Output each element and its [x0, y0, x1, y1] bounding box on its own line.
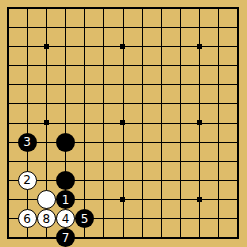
intersection [171, 56, 190, 75]
intersection: 5 [75, 209, 94, 228]
intersection [190, 133, 209, 152]
intersection [113, 113, 132, 132]
intersection [190, 209, 209, 228]
go-diagram: 32168457 [0, 0, 247, 247]
intersection [18, 190, 37, 209]
intersection [0, 56, 18, 75]
move-number: 1 [62, 194, 70, 206]
intersection [190, 56, 209, 75]
intersection [94, 56, 113, 75]
intersection [94, 152, 113, 171]
intersection [0, 18, 18, 37]
black-stone: 1 [56, 190, 75, 209]
intersection [228, 209, 247, 228]
hoshi-point [44, 44, 49, 49]
intersection [133, 18, 152, 37]
intersection [56, 113, 75, 132]
intersection [190, 37, 209, 56]
intersection: 1 [56, 190, 75, 209]
intersection: 6 [18, 209, 37, 228]
intersection [75, 190, 94, 209]
intersection [0, 133, 18, 152]
intersection [0, 75, 18, 94]
intersection [37, 113, 56, 132]
intersection [209, 228, 228, 247]
intersection [209, 37, 228, 56]
intersection [133, 133, 152, 152]
intersection [18, 75, 37, 94]
hoshi-point [120, 197, 125, 202]
intersection [209, 133, 228, 152]
move-number: 4 [62, 213, 70, 225]
intersection [94, 190, 113, 209]
intersection [190, 0, 209, 18]
intersection [190, 75, 209, 94]
move-number: 6 [23, 213, 31, 225]
intersection [152, 0, 171, 18]
intersection: 8 [37, 209, 56, 228]
intersection [171, 171, 190, 190]
white-stone: 6 [18, 209, 37, 228]
intersection [0, 190, 18, 209]
intersection [75, 18, 94, 37]
move-number: 3 [23, 136, 31, 148]
intersection [171, 152, 190, 171]
black-stone: 7 [56, 228, 75, 247]
intersection [94, 133, 113, 152]
intersection [0, 152, 18, 171]
intersection [152, 75, 171, 94]
intersection [94, 113, 113, 132]
white-stone: 4 [56, 209, 75, 228]
intersection [228, 37, 247, 56]
intersection [209, 209, 228, 228]
intersection [133, 0, 152, 18]
intersection [133, 56, 152, 75]
intersection [228, 18, 247, 37]
white-stone: 8 [37, 209, 56, 228]
intersection [209, 171, 228, 190]
intersection [0, 171, 18, 190]
intersection [18, 56, 37, 75]
intersection [152, 56, 171, 75]
intersection [37, 94, 56, 113]
hoshi-point [197, 44, 202, 49]
intersection [56, 56, 75, 75]
intersection [133, 190, 152, 209]
go-board: 32168457 [0, 0, 247, 247]
intersection [37, 18, 56, 37]
intersection [133, 209, 152, 228]
intersection [56, 18, 75, 37]
intersection [18, 228, 37, 247]
intersection [171, 18, 190, 37]
intersection [228, 0, 247, 18]
intersection [190, 94, 209, 113]
intersection [113, 0, 132, 18]
intersection [18, 152, 37, 171]
intersection [171, 75, 190, 94]
intersection [75, 152, 94, 171]
intersection [113, 152, 132, 171]
intersection [75, 94, 94, 113]
intersection [171, 190, 190, 209]
intersection [133, 228, 152, 247]
black-stone: 3 [18, 133, 37, 152]
move-number: 8 [42, 213, 50, 225]
intersection [0, 0, 18, 18]
intersection [190, 18, 209, 37]
white-stone [37, 190, 56, 209]
intersection [94, 94, 113, 113]
intersection [209, 18, 228, 37]
hoshi-point [44, 120, 49, 125]
intersection [75, 56, 94, 75]
hoshi-point [197, 197, 202, 202]
intersection [37, 0, 56, 18]
intersection [209, 113, 228, 132]
intersection [228, 152, 247, 171]
intersection [171, 228, 190, 247]
intersection [37, 37, 56, 56]
move-number: 2 [23, 174, 31, 186]
intersection [190, 152, 209, 171]
intersection [18, 94, 37, 113]
intersection [171, 37, 190, 56]
black-stone [56, 133, 75, 152]
intersection [171, 113, 190, 132]
intersection [113, 228, 132, 247]
intersection [209, 190, 228, 209]
intersection [171, 133, 190, 152]
intersection [190, 190, 209, 209]
intersection [75, 0, 94, 18]
intersection [113, 171, 132, 190]
intersection [209, 75, 228, 94]
intersection [0, 228, 18, 247]
intersection [37, 56, 56, 75]
intersection [152, 152, 171, 171]
intersection [133, 113, 152, 132]
intersection [56, 0, 75, 18]
intersection [18, 37, 37, 56]
intersection [190, 113, 209, 132]
intersection [0, 209, 18, 228]
white-stone: 2 [18, 171, 37, 190]
intersection [209, 94, 228, 113]
intersection [228, 113, 247, 132]
intersection [133, 75, 152, 94]
intersection [133, 171, 152, 190]
intersection [18, 0, 37, 18]
move-number: 7 [62, 232, 70, 244]
intersection [75, 75, 94, 94]
intersection [75, 113, 94, 132]
intersection [94, 37, 113, 56]
intersection [133, 37, 152, 56]
intersection [152, 113, 171, 132]
intersection [113, 190, 132, 209]
intersection [113, 37, 132, 56]
intersection [152, 228, 171, 247]
intersection [228, 94, 247, 113]
intersection [94, 75, 113, 94]
intersection: 4 [56, 209, 75, 228]
intersection [0, 37, 18, 56]
intersection [171, 209, 190, 228]
intersection [152, 94, 171, 113]
intersection [113, 56, 132, 75]
intersection [190, 228, 209, 247]
hoshi-point [120, 120, 125, 125]
intersection [37, 152, 56, 171]
intersection: 7 [56, 228, 75, 247]
hoshi-point [197, 120, 202, 125]
intersection [56, 94, 75, 113]
intersection [37, 171, 56, 190]
intersection [209, 152, 228, 171]
intersection [0, 94, 18, 113]
intersection [18, 18, 37, 37]
intersection [171, 94, 190, 113]
intersection [56, 171, 75, 190]
intersection [113, 75, 132, 94]
intersection [37, 228, 56, 247]
intersection [152, 37, 171, 56]
intersection [209, 56, 228, 75]
intersection [94, 171, 113, 190]
intersection [56, 133, 75, 152]
intersection [228, 171, 247, 190]
hoshi-point [120, 44, 125, 49]
intersection [0, 113, 18, 132]
intersection [75, 228, 94, 247]
intersection [37, 133, 56, 152]
intersection [152, 190, 171, 209]
intersection [37, 75, 56, 94]
intersection [171, 0, 190, 18]
intersection [94, 18, 113, 37]
intersection [113, 209, 132, 228]
intersection [228, 228, 247, 247]
black-stone [56, 171, 75, 190]
intersection [94, 209, 113, 228]
intersection [75, 133, 94, 152]
intersection [94, 0, 113, 18]
intersection [228, 56, 247, 75]
intersection [75, 171, 94, 190]
intersection [18, 113, 37, 132]
intersection [228, 190, 247, 209]
intersection [133, 94, 152, 113]
intersection: 2 [18, 171, 37, 190]
black-stone: 5 [75, 209, 94, 228]
intersection [133, 152, 152, 171]
intersection [94, 228, 113, 247]
intersection [56, 37, 75, 56]
intersection [228, 75, 247, 94]
intersection: 3 [18, 133, 37, 152]
intersection [228, 133, 247, 152]
intersection [113, 18, 132, 37]
intersection [37, 190, 56, 209]
intersection [56, 75, 75, 94]
intersection [113, 133, 132, 152]
intersection [113, 94, 132, 113]
intersection [56, 152, 75, 171]
intersection [152, 18, 171, 37]
intersection [152, 133, 171, 152]
intersection [190, 171, 209, 190]
intersection [209, 0, 228, 18]
intersection [75, 37, 94, 56]
intersection [152, 171, 171, 190]
intersection [152, 209, 171, 228]
move-number: 5 [81, 213, 89, 225]
